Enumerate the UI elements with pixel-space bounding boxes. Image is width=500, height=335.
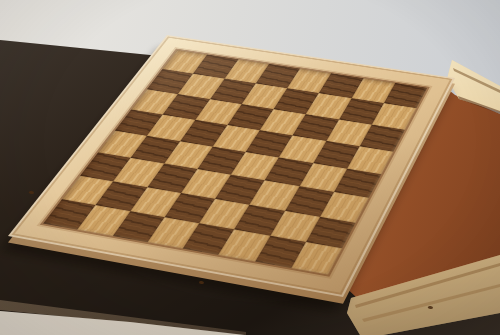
scene [0,0,500,335]
